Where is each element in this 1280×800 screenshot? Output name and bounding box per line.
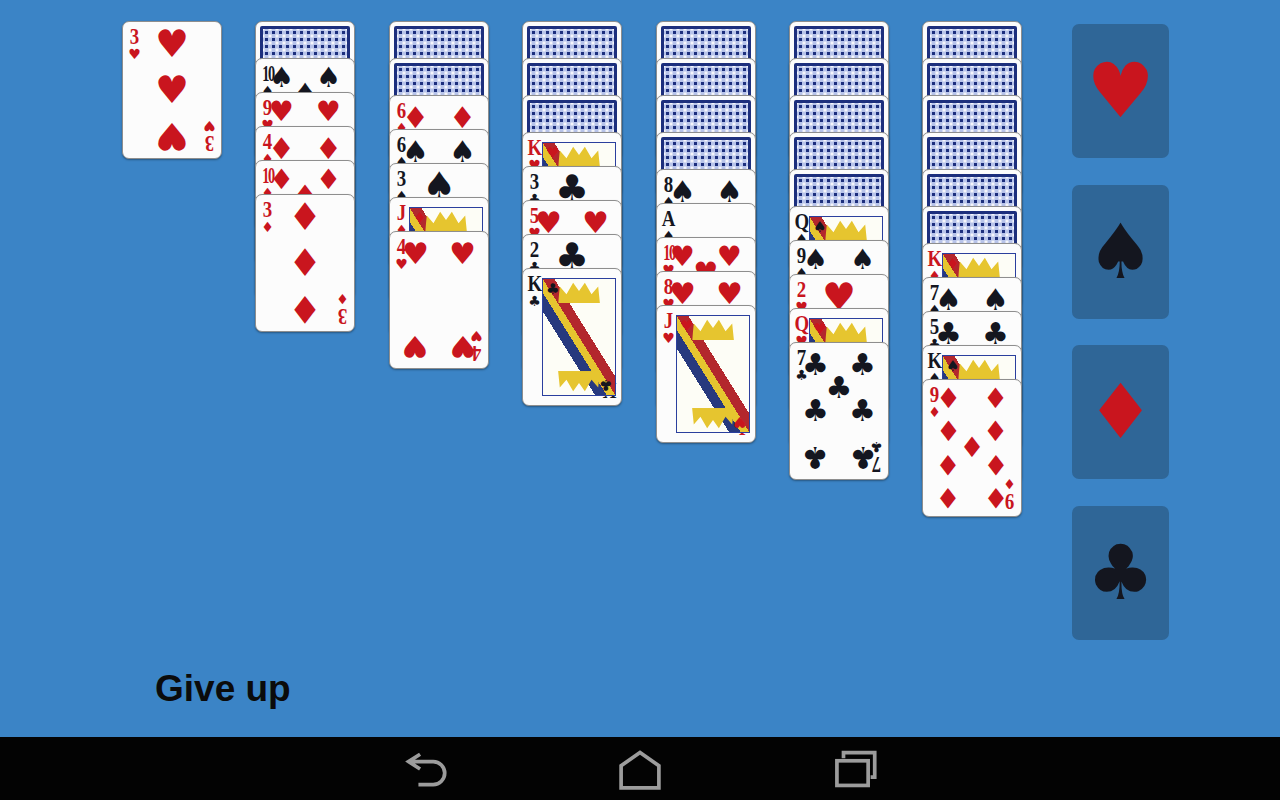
crown-motif — [692, 318, 734, 340]
crown-motif — [425, 210, 467, 232]
foundation-diamonds[interactable]: ♦ — [1072, 345, 1169, 479]
suit-pip: ♠ — [316, 64, 341, 92]
crown-motif — [558, 145, 600, 167]
suit-pip: ♣ — [849, 396, 876, 426]
art-suit-pip: ♥ — [733, 414, 746, 429]
diamond-icon: ♦ — [1086, 374, 1154, 450]
suit-pip: ♦ — [936, 450, 961, 478]
android-navbar — [0, 737, 1280, 800]
suit-pip: ♦ — [288, 198, 322, 236]
suit-pip: ♠ — [803, 246, 828, 274]
card-index: 3♦ — [334, 292, 351, 328]
card-7-clubs[interactable]: 7♣7♣♣♣♣♣♣♣♣ — [789, 342, 889, 480]
give-up-button[interactable]: Give up — [155, 668, 291, 710]
suit-pip: ♦ — [959, 434, 984, 462]
art-suit-pip: ♥ — [813, 322, 826, 337]
suit-pip: ♥ — [717, 243, 742, 271]
suit-pip: ♥ — [316, 98, 341, 126]
court-art: ♥♥ — [676, 315, 750, 433]
card-index: 3♥ — [126, 25, 143, 61]
crown-motif — [692, 408, 734, 430]
foundation-hearts[interactable]: ♥ — [1072, 24, 1169, 158]
suit-pip: ♥ — [449, 239, 476, 269]
crown-motif — [958, 256, 1000, 278]
home-button[interactable] — [610, 746, 670, 792]
suit-pip: ♦ — [269, 166, 294, 194]
suit-pip: ♥ — [449, 331, 476, 361]
suit-pip: ♦ — [936, 385, 961, 413]
suit-pip: ♦ — [983, 418, 1008, 446]
suit-pip: ♥ — [155, 25, 189, 63]
card-k-clubs[interactable]: K♣K♣♣♣ — [522, 268, 622, 406]
card-index: 3♦ — [259, 198, 276, 234]
home-icon — [610, 746, 670, 792]
suit-pip: ♥ — [155, 117, 189, 155]
crown-motif — [558, 371, 600, 393]
crown-motif — [958, 358, 1000, 380]
art-suit-pip: ♣ — [599, 377, 612, 392]
art-suit-pip: ♠ — [946, 359, 959, 374]
suit-pip: ♦ — [316, 166, 341, 194]
crown-motif — [825, 219, 867, 241]
crown-motif — [825, 321, 867, 343]
suit-pip: ♣ — [849, 350, 876, 380]
game-board: 3♥3♥♥♥♥10♠10♠♠♠♠♠♠♠♠♠♠♠9♥9♥♥♥♥♥♥♥♥♥♥4♦4♦… — [0, 0, 1280, 737]
card-9-diamonds[interactable]: 9♦9♦♦♦♦♦♦♦♦♦♦ — [922, 379, 1022, 517]
card-index: J♥ — [660, 309, 677, 345]
art-suit-pip: ♦ — [413, 211, 426, 226]
art-suit-pip: ♥ — [680, 319, 693, 334]
suit-pip: ♥ — [670, 243, 695, 271]
art-suit-pip: ♦ — [946, 257, 959, 272]
suit-pip: ♣ — [802, 442, 829, 472]
foundation-spades[interactable]: ♠ — [1072, 185, 1169, 319]
back-button[interactable] — [395, 746, 455, 792]
card-3-hearts[interactable]: 3♥3♥♥♥♥ — [122, 21, 222, 159]
club-icon: ♣ — [1086, 535, 1154, 611]
suit-pip: ♦ — [288, 244, 322, 282]
suit-pip: ♦ — [983, 483, 1008, 511]
heart-icon: ♥ — [1086, 53, 1154, 129]
card-3-diamonds[interactable]: 3♦3♦♦♦♦ — [255, 194, 355, 332]
art-suit-pip: ♠ — [813, 220, 826, 235]
suit-pip: ♦ — [936, 418, 961, 446]
suit-pip: ♥ — [155, 71, 189, 109]
suit-pip: ♣ — [849, 442, 876, 472]
suit-pip: ♦ — [288, 290, 322, 328]
card-j-hearts[interactable]: J♥J♥♥♥ — [656, 305, 756, 443]
art-suit-pip: ♥ — [546, 146, 559, 161]
suit-pip: ♥ — [269, 98, 294, 126]
recent-apps-button[interactable] — [825, 746, 885, 792]
suit-pip: ♦ — [983, 450, 1008, 478]
suit-pip: ♦ — [983, 385, 1008, 413]
suit-pip: ♥ — [402, 331, 429, 361]
foundation-clubs[interactable]: ♣ — [1072, 506, 1169, 640]
art-suit-pip: ♣ — [546, 282, 559, 297]
card-index: 3♥ — [201, 119, 218, 155]
crown-motif — [558, 281, 600, 303]
suit-pip: ♠ — [269, 64, 294, 92]
suit-pip: ♣ — [802, 396, 829, 426]
back-icon — [395, 746, 455, 792]
suit-pip: ♥ — [402, 239, 429, 269]
card-index: K♣ — [526, 272, 543, 308]
recent-apps-icon — [825, 746, 885, 792]
suit-pip: ♦ — [936, 483, 961, 511]
court-art: ♣♣ — [542, 278, 616, 396]
spade-icon: ♠ — [1086, 214, 1154, 290]
card-4-hearts[interactable]: 4♥4♥♥♥♥♥ — [389, 231, 489, 369]
suit-pip: ♠ — [850, 246, 875, 274]
